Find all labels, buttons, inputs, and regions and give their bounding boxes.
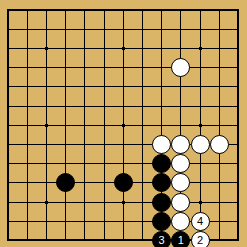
star-point xyxy=(45,124,48,127)
move-2-white-stone: 2 xyxy=(191,231,210,247)
star-point xyxy=(199,124,202,127)
black-stone xyxy=(152,212,171,231)
white-stone xyxy=(171,212,190,231)
black-stone xyxy=(152,193,171,212)
grid-line-horizontal xyxy=(7,163,239,164)
grid-line-vertical xyxy=(219,9,220,241)
white-stone xyxy=(210,135,229,154)
white-stone xyxy=(191,135,210,154)
white-stone xyxy=(171,135,190,154)
white-stone xyxy=(171,154,190,173)
black-stone xyxy=(152,173,171,192)
white-stone xyxy=(171,58,190,77)
move-3-black-stone: 3 xyxy=(152,231,171,247)
star-point xyxy=(122,124,125,127)
grid-line-vertical xyxy=(237,9,239,241)
white-stone xyxy=(171,173,190,192)
move-number-label: 2 xyxy=(197,235,203,246)
move-number-label: 3 xyxy=(159,235,165,246)
move-number-label: 4 xyxy=(197,216,203,227)
star-point xyxy=(122,201,125,204)
move-number-label: 1 xyxy=(178,235,184,246)
move-1-black-stone: 1 xyxy=(171,231,190,247)
move-4-white-stone: 4 xyxy=(191,212,210,231)
white-stone xyxy=(152,135,171,154)
star-point xyxy=(199,201,202,204)
star-point xyxy=(45,47,48,50)
star-point xyxy=(122,47,125,50)
black-stone xyxy=(56,173,75,192)
black-stone xyxy=(114,173,133,192)
star-point xyxy=(199,47,202,50)
black-stone xyxy=(152,154,171,173)
white-stone xyxy=(171,193,190,212)
grid-line-vertical xyxy=(142,9,143,241)
go-board: 4312 xyxy=(0,0,247,247)
star-point xyxy=(45,201,48,204)
